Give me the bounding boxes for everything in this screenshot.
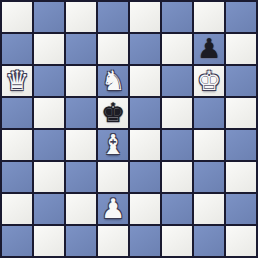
square-g8[interactable]: [194, 2, 224, 32]
square-b6[interactable]: [34, 66, 64, 96]
square-h3[interactable]: [226, 162, 256, 192]
square-a3[interactable]: [2, 162, 32, 192]
square-f3[interactable]: [162, 162, 192, 192]
square-d6[interactable]: ♞: [98, 66, 128, 96]
square-f4[interactable]: [162, 130, 192, 160]
square-e6[interactable]: [130, 66, 160, 96]
square-h4[interactable]: [226, 130, 256, 160]
square-c2[interactable]: [66, 194, 96, 224]
square-g7[interactable]: ♟: [194, 34, 224, 64]
square-b5[interactable]: [34, 98, 64, 128]
square-b3[interactable]: [34, 162, 64, 192]
chess-board-window: ♟♛♞♚♚♝♟: [0, 0, 258, 258]
square-d8[interactable]: [98, 2, 128, 32]
square-f6[interactable]: [162, 66, 192, 96]
square-h5[interactable]: [226, 98, 256, 128]
square-h6[interactable]: [226, 66, 256, 96]
square-b1[interactable]: [34, 226, 64, 256]
piece-white-bishop[interactable]: ♝: [101, 131, 125, 158]
square-g2[interactable]: [194, 194, 224, 224]
piece-black-king[interactable]: ♚: [101, 99, 125, 126]
square-c7[interactable]: [66, 34, 96, 64]
square-a8[interactable]: [2, 2, 32, 32]
square-a1[interactable]: [2, 226, 32, 256]
square-d2[interactable]: ♟: [98, 194, 128, 224]
square-g3[interactable]: [194, 162, 224, 192]
square-d3[interactable]: [98, 162, 128, 192]
square-c8[interactable]: [66, 2, 96, 32]
square-c5[interactable]: [66, 98, 96, 128]
square-b2[interactable]: [34, 194, 64, 224]
square-h7[interactable]: [226, 34, 256, 64]
square-f7[interactable]: [162, 34, 192, 64]
square-g5[interactable]: [194, 98, 224, 128]
square-e4[interactable]: [130, 130, 160, 160]
square-e3[interactable]: [130, 162, 160, 192]
piece-white-pawn[interactable]: ♟: [101, 195, 125, 222]
square-f2[interactable]: [162, 194, 192, 224]
square-c4[interactable]: [66, 130, 96, 160]
square-g4[interactable]: [194, 130, 224, 160]
square-d7[interactable]: [98, 34, 128, 64]
square-a2[interactable]: [2, 194, 32, 224]
square-b4[interactable]: [34, 130, 64, 160]
piece-white-knight[interactable]: ♞: [101, 67, 125, 94]
square-e1[interactable]: [130, 226, 160, 256]
square-d5[interactable]: ♚: [98, 98, 128, 128]
square-d1[interactable]: [98, 226, 128, 256]
square-a5[interactable]: [2, 98, 32, 128]
square-b7[interactable]: [34, 34, 64, 64]
square-e5[interactable]: [130, 98, 160, 128]
square-h8[interactable]: [226, 2, 256, 32]
square-h2[interactable]: [226, 194, 256, 224]
square-f1[interactable]: [162, 226, 192, 256]
square-a4[interactable]: [2, 130, 32, 160]
piece-white-king[interactable]: ♚: [197, 67, 221, 94]
square-a7[interactable]: [2, 34, 32, 64]
square-h1[interactable]: [226, 226, 256, 256]
square-c1[interactable]: [66, 226, 96, 256]
square-b8[interactable]: [34, 2, 64, 32]
square-e2[interactable]: [130, 194, 160, 224]
chess-board: ♟♛♞♚♚♝♟: [0, 0, 258, 258]
square-c6[interactable]: [66, 66, 96, 96]
square-c3[interactable]: [66, 162, 96, 192]
piece-white-queen[interactable]: ♛: [5, 67, 29, 94]
piece-black-pawn[interactable]: ♟: [197, 35, 221, 62]
square-e8[interactable]: [130, 2, 160, 32]
square-g6[interactable]: ♚: [194, 66, 224, 96]
square-d4[interactable]: ♝: [98, 130, 128, 160]
square-a6[interactable]: ♛: [2, 66, 32, 96]
square-f8[interactable]: [162, 2, 192, 32]
square-g1[interactable]: [194, 226, 224, 256]
square-e7[interactable]: [130, 34, 160, 64]
square-f5[interactable]: [162, 98, 192, 128]
